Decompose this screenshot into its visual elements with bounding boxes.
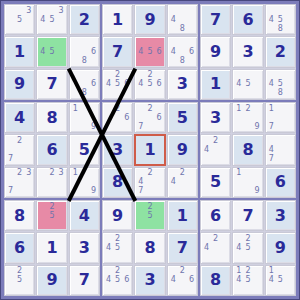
cell-r4c8[interactable]: 129 — [232, 102, 263, 133]
candidate-2: 2 — [211, 234, 220, 243]
digit: 4 — [79, 208, 90, 224]
cell-r9c9[interactable]: 145 — [265, 265, 296, 296]
candidate-5: 5 — [113, 276, 122, 285]
cell-r8c5[interactable]: 8 — [134, 232, 165, 263]
candidate-6: 6 — [122, 276, 131, 285]
candidate-4: 4 — [234, 80, 243, 89]
digit: 1 — [144, 142, 155, 158]
cell-r2c9[interactable]: 2 — [265, 36, 296, 67]
cell-r8c4[interactable]: 245 — [102, 232, 133, 263]
cell-r5c5[interactable]: 1 — [134, 134, 165, 165]
pencil-marks: 25 — [136, 202, 163, 229]
candidate-5: 5 — [145, 80, 154, 89]
cell-r1c1[interactable]: 35 — [4, 4, 35, 35]
cell-r8c7[interactable]: 24 — [200, 232, 231, 263]
cell-r5c2[interactable]: 6 — [36, 134, 67, 165]
digit: 6 — [275, 174, 286, 190]
box-7: 82546132597 — [4, 200, 100, 296]
candidate-6: 6 — [155, 113, 164, 122]
candidate-2: 2 — [178, 267, 187, 276]
cell-r4c5[interactable]: 267 — [134, 102, 165, 133]
candidate-4: 4 — [104, 80, 113, 89]
digit: 3 — [112, 142, 123, 158]
pencil-marks: 19 — [234, 169, 261, 196]
candidate-3: 3 — [57, 169, 66, 178]
candidate-4: 4 — [38, 47, 47, 56]
candidate-4: 4 — [267, 276, 276, 285]
cell-r6c6[interactable]: 24 — [167, 167, 198, 198]
cell-r2c6[interactable]: 468 — [167, 36, 198, 67]
cell-r3c1[interactable]: 9 — [4, 69, 35, 100]
cell-r9c3[interactable]: 7 — [69, 265, 100, 296]
candidate-3: 3 — [24, 169, 33, 178]
box-4: 481927652372319 — [4, 102, 100, 198]
candidate-9: 9 — [89, 187, 98, 196]
cell-r4c4[interactable]: 26 — [102, 102, 133, 133]
pencil-marks: 458 — [267, 71, 294, 98]
candidate-7: 7 — [6, 187, 15, 196]
candidate-1: 1 — [234, 104, 243, 113]
cell-r6c2[interactable]: 23 — [36, 167, 67, 198]
candidate-1: 1 — [267, 104, 276, 113]
pencil-marks: 246 — [169, 267, 196, 294]
candidate-5: 5 — [145, 47, 154, 56]
cell-r9c8[interactable]: 1245 — [232, 265, 263, 296]
pencil-marks: 2456 — [104, 267, 131, 294]
pencil-marks: 458 — [267, 6, 294, 33]
candidate-7: 7 — [267, 155, 276, 164]
box-8: 92512458724563246 — [102, 200, 198, 296]
candidate-2: 2 — [145, 104, 154, 113]
pencil-marks: 245 — [104, 234, 131, 261]
candidate-5: 5 — [145, 211, 154, 220]
pencil-marks: 24 — [202, 136, 229, 163]
box-5: 262675319824724 — [102, 102, 198, 198]
cell-r8c3[interactable]: 3 — [69, 232, 100, 263]
box-6: 312917248475196 — [200, 102, 296, 198]
digit: 9 — [177, 142, 188, 158]
cell-r5c7[interactable]: 24 — [200, 134, 231, 165]
pencil-marks: 45 — [38, 38, 65, 65]
digit: 6 — [14, 240, 25, 256]
pencil-marks: 68 — [71, 38, 98, 65]
cell-r2c1[interactable]: 1 — [4, 36, 35, 67]
cell-r7c2[interactable]: 25 — [36, 200, 67, 231]
cell-r4c9[interactable]: 17 — [265, 102, 296, 133]
cell-r1c2[interactable]: 345 — [36, 4, 67, 35]
cell-r2c5[interactable]: 456 — [134, 36, 165, 67]
digit: 1 — [112, 12, 123, 28]
digit: 6 — [210, 208, 221, 224]
digit: 8 — [112, 174, 123, 190]
pencil-marks: 27 — [6, 136, 33, 163]
cell-r3c3[interactable]: 68 — [69, 69, 100, 100]
candidate-9: 9 — [253, 122, 262, 131]
digit: 8 — [210, 272, 221, 288]
digit: 3 — [275, 208, 286, 224]
candidate-4: 4 — [169, 47, 178, 56]
candidate-2: 2 — [178, 169, 187, 178]
candidate-6: 6 — [89, 47, 98, 56]
candidate-4: 4 — [38, 15, 47, 24]
candidate-4: 4 — [202, 145, 211, 154]
candidate-7: 7 — [6, 155, 15, 164]
digit: 9 — [144, 12, 155, 28]
digit: 7 — [177, 240, 188, 256]
candidate-8: 8 — [276, 89, 285, 98]
pencil-marks: 24 — [169, 169, 196, 196]
candidate-8: 8 — [80, 89, 89, 98]
cell-r7c6[interactable]: 1 — [167, 200, 198, 231]
digit: 5 — [210, 174, 221, 190]
cell-r1c4[interactable]: 1 — [102, 4, 133, 35]
digit: 7 — [210, 12, 221, 28]
candidate-1: 1 — [71, 169, 80, 178]
box-1: 353452145689768 — [4, 4, 100, 100]
cell-r9c6[interactable]: 246 — [167, 265, 198, 296]
digit: 9 — [210, 44, 221, 60]
digit: 9 — [46, 272, 57, 288]
digit: 9 — [14, 76, 25, 92]
cell-r6c7[interactable]: 5 — [200, 167, 231, 198]
digit: 7 — [112, 44, 123, 60]
candidate-7: 7 — [267, 122, 276, 131]
cell-r1c7[interactable]: 7 — [200, 4, 231, 35]
digit: 6 — [242, 12, 253, 28]
cell-r6c8[interactable]: 19 — [232, 167, 263, 198]
candidate-4: 4 — [136, 80, 145, 89]
candidate-2: 2 — [15, 169, 24, 178]
candidate-2: 2 — [145, 169, 154, 178]
cell-r5c3[interactable]: 5 — [69, 134, 100, 165]
cell-r6c1[interactable]: 237 — [4, 167, 35, 198]
candidate-8: 8 — [178, 57, 187, 66]
candidate-5: 5 — [47, 47, 56, 56]
pencil-marks: 48 — [169, 6, 196, 33]
cell-r7c7[interactable]: 6 — [200, 200, 231, 231]
digit: 2 — [275, 44, 286, 60]
cell-r6c3[interactable]: 19 — [69, 167, 100, 198]
pencil-marks: 345 — [38, 6, 65, 33]
pencil-marks: 145 — [267, 267, 294, 294]
cell-r3c2[interactable]: 7 — [36, 69, 67, 100]
candidate-2: 2 — [15, 136, 24, 145]
digit: 1 — [177, 208, 188, 224]
candidate-6: 6 — [89, 80, 98, 89]
cell-r7c9[interactable]: 3 — [265, 200, 296, 231]
cell-r2c4[interactable]: 7 — [102, 36, 133, 67]
cell-r2c2[interactable]: 45 — [36, 36, 67, 67]
candidate-5: 5 — [47, 15, 56, 24]
pencil-marks: 19 — [71, 104, 98, 131]
cell-r1c6[interactable]: 48 — [167, 4, 198, 35]
candidate-4: 4 — [104, 276, 113, 285]
pencil-marks: 24 — [202, 234, 229, 261]
pencil-marks: 25 — [38, 202, 65, 229]
sudoku-board: 3534521456897681948745646824562456376458… — [0, 0, 300, 300]
digit: 9 — [275, 240, 286, 256]
candidate-6: 6 — [187, 47, 196, 56]
digit: 8 — [46, 110, 57, 126]
digit: 3 — [210, 110, 221, 126]
cell-r2c8[interactable]: 3 — [232, 36, 263, 67]
pencil-marks: 47 — [267, 136, 294, 163]
cell-r5c1[interactable]: 27 — [4, 134, 35, 165]
candidate-4: 4 — [267, 80, 276, 89]
cell-r5c9[interactable]: 47 — [265, 134, 296, 165]
cell-r4c6[interactable]: 5 — [167, 102, 198, 133]
cell-r1c9[interactable]: 458 — [265, 4, 296, 35]
candidate-9: 9 — [89, 122, 98, 131]
cell-r8c9[interactable]: 9 — [265, 232, 296, 263]
candidate-5: 5 — [243, 276, 252, 285]
candidate-2: 2 — [211, 136, 220, 145]
cell-r7c4[interactable]: 9 — [102, 200, 133, 231]
cell-r9c5[interactable]: 3 — [134, 265, 165, 296]
cell-r4c7[interactable]: 3 — [200, 102, 231, 133]
digit: 4 — [14, 110, 25, 126]
digit: 7 — [79, 272, 90, 288]
pencil-marks: 68 — [71, 71, 98, 98]
box-2: 19487456468245624563 — [102, 4, 198, 100]
pencil-marks: 19 — [71, 169, 98, 196]
box-3: 76458932145458 — [200, 4, 296, 100]
digit: 3 — [177, 76, 188, 92]
digit: 3 — [242, 44, 253, 60]
cell-r4c3[interactable]: 19 — [69, 102, 100, 133]
candidate-3: 3 — [57, 6, 66, 15]
candidate-5: 5 — [276, 15, 285, 24]
candidate-6: 6 — [155, 47, 164, 56]
cell-r4c1[interactable]: 4 — [4, 102, 35, 133]
digit: 3 — [79, 240, 90, 256]
candidate-2: 2 — [47, 202, 56, 211]
cell-r7c5[interactable]: 25 — [134, 200, 165, 231]
candidate-6: 6 — [122, 80, 131, 89]
digit: 8 — [14, 208, 25, 224]
cell-r3c7[interactable]: 1 — [200, 69, 231, 100]
pencil-marks: 35 — [6, 6, 33, 33]
candidate-4: 4 — [169, 178, 178, 187]
candidate-6: 6 — [187, 276, 196, 285]
pencil-marks: 468 — [169, 38, 196, 65]
candidate-4: 4 — [234, 276, 243, 285]
candidate-1: 1 — [71, 104, 80, 113]
digit: 6 — [46, 142, 57, 158]
cell-r3c8[interactable]: 45 — [232, 69, 263, 100]
candidate-2: 2 — [113, 104, 122, 113]
digit: 9 — [112, 208, 123, 224]
candidate-5: 5 — [243, 80, 252, 89]
cell-r1c8[interactable]: 6 — [232, 4, 263, 35]
cell-r3c4[interactable]: 2456 — [102, 69, 133, 100]
candidate-1: 1 — [234, 169, 243, 178]
candidate-2: 2 — [243, 104, 252, 113]
cell-r6c4[interactable]: 8 — [102, 167, 133, 198]
cell-r7c3[interactable]: 4 — [69, 200, 100, 231]
cell-r1c5[interactable]: 9 — [134, 4, 165, 35]
candidate-8: 8 — [80, 57, 89, 66]
digit: 7 — [242, 208, 253, 224]
digit: 2 — [79, 12, 90, 28]
candidate-2: 2 — [47, 169, 56, 178]
cell-r2c7[interactable]: 9 — [200, 36, 231, 67]
cell-r5c8[interactable]: 8 — [232, 134, 263, 165]
digit: 1 — [14, 44, 25, 60]
cell-r3c9[interactable]: 458 — [265, 69, 296, 100]
cell-r3c5[interactable]: 2456 — [134, 69, 165, 100]
pencil-marks: 267 — [136, 104, 163, 131]
pencil-marks: 45 — [234, 71, 261, 98]
pencil-marks: 456 — [136, 38, 163, 65]
candidate-5: 5 — [276, 276, 285, 285]
cell-r4c2[interactable]: 8 — [36, 102, 67, 133]
digit: 5 — [177, 110, 188, 126]
pencil-marks: 245 — [234, 234, 261, 261]
cell-r3c6[interactable]: 3 — [167, 69, 198, 100]
box-9: 67324245981245145 — [200, 200, 296, 296]
pencil-marks: 17 — [267, 104, 294, 131]
digit: 8 — [242, 142, 253, 158]
cell-r8c6[interactable]: 7 — [167, 232, 198, 263]
candidate-6: 6 — [155, 80, 164, 89]
cell-r7c8[interactable]: 7 — [232, 200, 263, 231]
cell-r6c5[interactable]: 247 — [134, 167, 165, 198]
candidate-4: 4 — [234, 243, 243, 252]
pencil-marks: 247 — [136, 169, 163, 196]
candidate-4: 4 — [169, 276, 178, 285]
cell-r9c2[interactable]: 9 — [36, 265, 67, 296]
cell-r8c8[interactable]: 245 — [232, 232, 263, 263]
pencil-marks: 237 — [6, 169, 33, 196]
cell-r5c6[interactable]: 9 — [167, 134, 198, 165]
cell-r9c4[interactable]: 2456 — [102, 265, 133, 296]
pencil-marks: 2456 — [136, 71, 163, 98]
digit: 8 — [144, 240, 155, 256]
candidate-2: 2 — [145, 202, 154, 211]
cell-r9c1[interactable]: 25 — [4, 265, 35, 296]
candidate-5: 5 — [113, 80, 122, 89]
pencil-marks: 26 — [104, 104, 131, 131]
cell-r8c2[interactable]: 1 — [36, 232, 67, 263]
candidate-8: 8 — [178, 24, 187, 33]
candidate-4: 4 — [169, 15, 178, 24]
cell-r5c4[interactable]: 3 — [102, 134, 133, 165]
candidate-5: 5 — [47, 211, 56, 220]
pencil-marks: 23 — [38, 169, 65, 196]
candidate-4: 4 — [267, 15, 276, 24]
digit: 7 — [46, 76, 57, 92]
cell-r2c3[interactable]: 68 — [69, 36, 100, 67]
candidate-5: 5 — [15, 15, 24, 24]
candidate-3: 3 — [24, 6, 33, 15]
cell-r1c3[interactable]: 2 — [69, 4, 100, 35]
candidate-6: 6 — [122, 113, 131, 122]
candidate-7: 7 — [136, 122, 145, 131]
candidate-5: 5 — [15, 276, 24, 285]
cell-r7c1[interactable]: 8 — [4, 200, 35, 231]
digit: 3 — [144, 272, 155, 288]
candidate-5: 5 — [113, 243, 122, 252]
pencil-marks: 1245 — [234, 267, 261, 294]
cell-r8c1[interactable]: 6 — [4, 232, 35, 263]
candidate-9: 9 — [253, 187, 262, 196]
pencil-marks: 25 — [6, 267, 33, 294]
cell-r9c7[interactable]: 8 — [200, 265, 231, 296]
cell-r6c9[interactable]: 6 — [265, 167, 296, 198]
candidate-8: 8 — [276, 24, 285, 33]
pencil-marks: 129 — [234, 104, 261, 131]
candidate-4: 4 — [202, 243, 211, 252]
digit: 5 — [79, 142, 90, 158]
digit: 1 — [210, 76, 221, 92]
digit: 1 — [46, 240, 57, 256]
pencil-marks: 2456 — [104, 71, 131, 98]
candidate-7: 7 — [136, 187, 145, 196]
candidate-4: 4 — [104, 243, 113, 252]
candidate-5: 5 — [243, 243, 252, 252]
candidate-4: 4 — [136, 47, 145, 56]
